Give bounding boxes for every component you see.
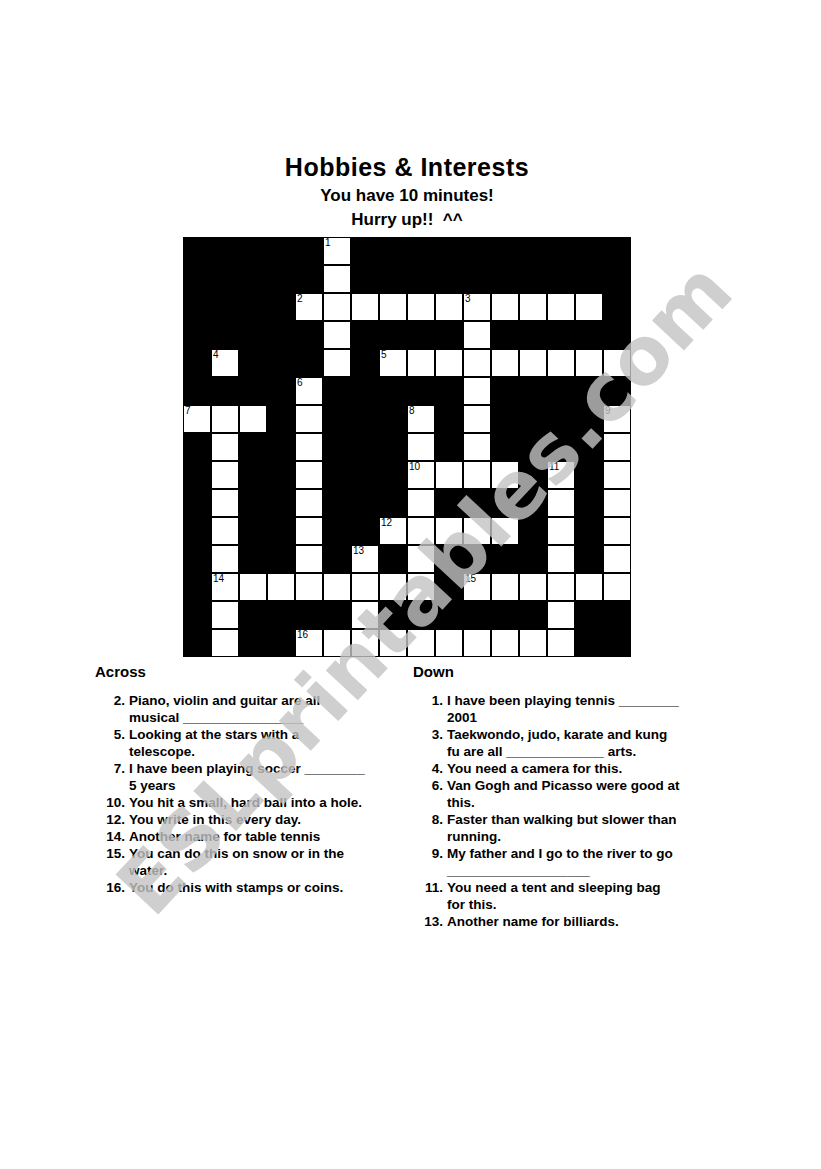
- grid-cell-block: [603, 237, 631, 265]
- grid-cell-r6-c2[interactable]: [239, 405, 267, 433]
- grid-cell-block: [239, 293, 267, 321]
- clue-number-14: 14: [213, 573, 224, 585]
- grid-cell-r12-c13[interactable]: [547, 573, 575, 601]
- grid-cell-block: [491, 237, 519, 265]
- grid-cell-block: [603, 321, 631, 349]
- grid-cell-r14-c12[interactable]: [519, 629, 547, 657]
- grid-cell-block: [211, 321, 239, 349]
- grid-cell-block: [351, 265, 379, 293]
- clue-text: You do this with stamps or coins.: [129, 879, 343, 896]
- grid-cell-block: [183, 489, 211, 517]
- grid-cell-r8-c9[interactable]: [435, 461, 463, 489]
- grid-cell-block: [267, 629, 295, 657]
- down-clue-6: 6.Van Gogh and Picasso were good atthis.: [413, 777, 753, 811]
- across-clue-10: 10.You hit a small, hard ball into a hol…: [95, 794, 410, 811]
- grid-cell-block: [267, 601, 295, 629]
- grid-cell-block: [323, 517, 351, 545]
- grid-cell-block: [323, 601, 351, 629]
- grid-cell-r12-c1[interactable]: 14: [211, 573, 239, 601]
- clue-text: You hit a small, hard ball into a hole.: [129, 794, 362, 811]
- grid-cell-r14-c1[interactable]: [211, 629, 239, 657]
- clue-list-number: 8.: [413, 811, 443, 845]
- grid-cell-block: [491, 377, 519, 405]
- grid-cell-r2-c5[interactable]: [323, 293, 351, 321]
- grid-cell-block: [435, 265, 463, 293]
- grid-cell-r9-c15[interactable]: [603, 489, 631, 517]
- clue-text: You need a camera for this.: [447, 760, 622, 777]
- grid-cell-block: [239, 349, 267, 377]
- grid-cell-r8-c8[interactable]: 10: [407, 461, 435, 489]
- grid-cell-block: [603, 265, 631, 293]
- grid-cell-r2-c11[interactable]: [491, 293, 519, 321]
- grid-cell-block: [575, 545, 603, 573]
- grid-cell-r12-c4[interactable]: [295, 573, 323, 601]
- down-clue-9: 9.My father and I go to the river to go_…: [413, 845, 753, 879]
- grid-cell-block: [519, 601, 547, 629]
- grid-cell-r7-c10[interactable]: [463, 433, 491, 461]
- subtitle-hurry: Hurry up!! ^^: [0, 209, 814, 231]
- grid-cell-r8-c4[interactable]: [295, 461, 323, 489]
- grid-cell-block: [323, 433, 351, 461]
- grid-cell-r10-c11[interactable]: [491, 517, 519, 545]
- clue-number-4: 4: [213, 349, 219, 361]
- clue-text: Taekwondo, judo, karate and kungfu are a…: [447, 726, 667, 760]
- grid-cell-r14-c10[interactable]: [463, 629, 491, 657]
- grid-cell-block: [323, 377, 351, 405]
- grid-cell-block: [239, 265, 267, 293]
- grid-cell-r8-c13[interactable]: 11: [547, 461, 575, 489]
- grid-cell-r8-c10[interactable]: [463, 461, 491, 489]
- grid-cell-block: [519, 517, 547, 545]
- grid-cell-block: [435, 321, 463, 349]
- grid-cell-r8-c1[interactable]: [211, 461, 239, 489]
- clue-number-7: 7: [185, 405, 191, 417]
- clue-text: You need a tent and sleeping bagfor this…: [447, 879, 661, 913]
- grid-cell-block: [183, 573, 211, 601]
- grid-cell-block: [183, 461, 211, 489]
- grid-cell-block: [603, 377, 631, 405]
- grid-cell-r12-c15[interactable]: [603, 573, 631, 601]
- grid-cell-block: [491, 405, 519, 433]
- grid-cell-block: [407, 321, 435, 349]
- grid-cell-block: [379, 321, 407, 349]
- grid-cell-r14-c6[interactable]: [351, 629, 379, 657]
- grid-cell-r10-c1[interactable]: [211, 517, 239, 545]
- grid-cell-r14-c5[interactable]: [323, 629, 351, 657]
- grid-cell-r4-c5[interactable]: [323, 349, 351, 377]
- grid-cell-block: [575, 489, 603, 517]
- grid-cell-r6-c0[interactable]: 7: [183, 405, 211, 433]
- grid-cell-r6-c1[interactable]: [211, 405, 239, 433]
- grid-cell-block: [491, 489, 519, 517]
- grid-cell-r2-c9[interactable]: [435, 293, 463, 321]
- grid-cell-r2-c12[interactable]: [519, 293, 547, 321]
- grid-cell-block: [323, 405, 351, 433]
- grid-cell-r1-c5[interactable]: [323, 265, 351, 293]
- clue-list-number: 11.: [413, 879, 443, 913]
- grid-cell-block: [323, 545, 351, 573]
- grid-cell-block: [239, 489, 267, 517]
- grid-cell-r11-c4[interactable]: [295, 545, 323, 573]
- across-clue-7: 7.I have been playing soccer ________5 y…: [95, 760, 410, 794]
- down-section: Down 1.I have been playing tennis ______…: [413, 663, 753, 930]
- grid-cell-r2-c14[interactable]: [575, 293, 603, 321]
- grid-cell-block: [183, 517, 211, 545]
- grid-cell-block: [463, 545, 491, 573]
- grid-cell-r11-c13[interactable]: [547, 545, 575, 573]
- grid-cell-block: [519, 405, 547, 433]
- grid-cell-r2-c10[interactable]: 3: [463, 293, 491, 321]
- clue-text: Van Gogh and Picasso were good atthis.: [447, 777, 680, 811]
- grid-cell-block: [435, 601, 463, 629]
- grid-cell-block: [351, 517, 379, 545]
- grid-cell-block: [547, 265, 575, 293]
- grid-cell-block: [295, 265, 323, 293]
- grid-cell-r12-c5[interactable]: [323, 573, 351, 601]
- grid-cell-r4-c1[interactable]: 4: [211, 349, 239, 377]
- grid-cell-r4-c8[interactable]: [407, 349, 435, 377]
- grid-cell-block: [435, 377, 463, 405]
- grid-cell-block: [379, 237, 407, 265]
- clue-text: You can do this on snow or in thewater.: [129, 845, 344, 879]
- grid-cell-block: [379, 601, 407, 629]
- grid-cell-r4-c13[interactable]: [547, 349, 575, 377]
- grid-cell-r4-c9[interactable]: [435, 349, 463, 377]
- clue-number-13: 13: [353, 545, 364, 557]
- grid-cell-block: [267, 405, 295, 433]
- grid-cell-block: [575, 237, 603, 265]
- grid-cell-block: [183, 433, 211, 461]
- grid-cell-r7-c8[interactable]: [407, 433, 435, 461]
- grid-cell-r7-c4[interactable]: [295, 433, 323, 461]
- grid-cell-block: [491, 601, 519, 629]
- grid-cell-r13-c13[interactable]: [547, 601, 575, 629]
- clue-list-number: 13.: [413, 913, 443, 930]
- across-clue-2: 2.Piano, violin and guitar are allmusica…: [95, 692, 410, 726]
- grid-cell-block: [267, 321, 295, 349]
- grid-cell-block: [491, 265, 519, 293]
- grid-cell-block: [547, 321, 575, 349]
- grid-cell-block: [239, 461, 267, 489]
- grid-cell-block: [183, 265, 211, 293]
- clue-list-number: 10.: [95, 794, 125, 811]
- grid-cell-block: [351, 461, 379, 489]
- grid-cell-r11-c15[interactable]: [603, 545, 631, 573]
- grid-cell-block: [239, 433, 267, 461]
- grid-cell-r14-c4[interactable]: 16: [295, 629, 323, 657]
- grid-cell-block: [267, 461, 295, 489]
- grid-cell-r2-c7[interactable]: [379, 293, 407, 321]
- clue-list-number: 5.: [95, 726, 125, 760]
- grid-cell-block: [603, 629, 631, 657]
- grid-cell-block: [183, 377, 211, 405]
- grid-cell-r14-c9[interactable]: [435, 629, 463, 657]
- clue-list-number: 3.: [413, 726, 443, 760]
- grid-cell-block: [575, 433, 603, 461]
- down-clue-8: 8.Faster than walking but slower thanrun…: [413, 811, 753, 845]
- clue-number-9: 9: [605, 405, 611, 417]
- grid-cell-block: [295, 321, 323, 349]
- grid-cell-r10-c10[interactable]: [463, 517, 491, 545]
- grid-cell-r9-c1[interactable]: [211, 489, 239, 517]
- grid-cell-block: [351, 377, 379, 405]
- grid-cell-r14-c7[interactable]: [379, 629, 407, 657]
- clue-text: My father and I go to the river to go___…: [447, 845, 673, 879]
- grid-cell-r9-c4[interactable]: [295, 489, 323, 517]
- grid-cell-block: [575, 377, 603, 405]
- grid-cell-block: [603, 601, 631, 629]
- grid-cell-block: [435, 545, 463, 573]
- grid-cell-block: [351, 349, 379, 377]
- grid-cell-r2-c8[interactable]: [407, 293, 435, 321]
- grid-cell-r12-c10[interactable]: 15: [463, 573, 491, 601]
- clue-number-11: 11: [549, 461, 559, 473]
- grid-cell-block: [323, 461, 351, 489]
- grid-cell-block: [547, 405, 575, 433]
- grid-cell-r14-c13[interactable]: [547, 629, 575, 657]
- grid-cell-r11-c8[interactable]: [407, 545, 435, 573]
- grid-cell-block: [267, 517, 295, 545]
- grid-cell-r3-c10[interactable]: [463, 321, 491, 349]
- grid-cell-block: [379, 405, 407, 433]
- clue-text: Faster than walking but slower thanrunni…: [447, 811, 677, 845]
- grid-cell-r5-c4[interactable]: 6: [295, 377, 323, 405]
- grid-cell-block: [575, 601, 603, 629]
- clue-list-number: 16.: [95, 879, 125, 896]
- grid-cell-block: [183, 629, 211, 657]
- grid-cell-block: [575, 405, 603, 433]
- across-header: Across: [95, 663, 410, 681]
- grid-cell-block: [351, 433, 379, 461]
- grid-cell-block: [379, 489, 407, 517]
- grid-cell-block: [295, 601, 323, 629]
- grid-cell-r12-c2[interactable]: [239, 573, 267, 601]
- grid-cell-block: [519, 237, 547, 265]
- clue-number-15: 15: [465, 573, 476, 585]
- clue-text: I have been playing tennis ________2001: [447, 692, 679, 726]
- grid-cell-block: [519, 545, 547, 573]
- grid-cell-r4-c15[interactable]: [603, 349, 631, 377]
- grid-cell-block: [211, 237, 239, 265]
- grid-cell-r6-c4[interactable]: [295, 405, 323, 433]
- grid-cell-r12-c11[interactable]: [491, 573, 519, 601]
- grid-cell-block: [435, 433, 463, 461]
- down-header: Down: [413, 663, 753, 681]
- down-clue-11: 11.You need a tent and sleeping bagfor t…: [413, 879, 753, 913]
- grid-cell-block: [407, 237, 435, 265]
- grid-cell-block: [519, 377, 547, 405]
- worksheet-page: Hobbies & Interests You have 10 minutes!…: [0, 0, 821, 1169]
- grid-cell-block: [267, 433, 295, 461]
- down-clue-4: 4.You need a camera for this.: [413, 760, 753, 777]
- grid-cell-r8-c15[interactable]: [603, 461, 631, 489]
- grid-cell-block: [183, 601, 211, 629]
- grid-cell-block: [519, 321, 547, 349]
- grid-cell-r5-c10[interactable]: [463, 377, 491, 405]
- grid-cell-r12-c7[interactable]: [379, 573, 407, 601]
- grid-cell-block: [351, 321, 379, 349]
- grid-cell-block: [239, 321, 267, 349]
- grid-cell-block: [211, 265, 239, 293]
- grid-cell-r4-c10[interactable]: [463, 349, 491, 377]
- grid-cell-block: [351, 237, 379, 265]
- grid-cell-block: [575, 517, 603, 545]
- grid-cell-block: [267, 293, 295, 321]
- grid-cell-r2-c6[interactable]: [351, 293, 379, 321]
- clue-number-6: 6: [297, 377, 303, 389]
- grid-cell-block: [435, 237, 463, 265]
- grid-cell-block: [519, 265, 547, 293]
- grid-cell-r12-c8[interactable]: [407, 573, 435, 601]
- grid-cell-r14-c8[interactable]: [407, 629, 435, 657]
- grid-cell-block: [575, 321, 603, 349]
- clue-number-2: 2: [297, 293, 303, 305]
- grid-cell-block: [239, 545, 267, 573]
- grid-cell-r14-c11[interactable]: [491, 629, 519, 657]
- grid-cell-block: [351, 405, 379, 433]
- clue-list-number: 7.: [95, 760, 125, 794]
- grid-cell-block: [379, 377, 407, 405]
- grid-cell-block: [183, 237, 211, 265]
- grid-cell-r6-c10[interactable]: [463, 405, 491, 433]
- down-clue-list: 1.I have been playing tennis ________200…: [413, 692, 753, 930]
- grid-cell-r12-c12[interactable]: [519, 573, 547, 601]
- clue-list-number: 1.: [413, 692, 443, 726]
- clue-list-number: 4.: [413, 760, 443, 777]
- grid-cell-block: [491, 433, 519, 461]
- grid-cell-block: [267, 349, 295, 377]
- grid-cell-block: [295, 349, 323, 377]
- clue-text: I have been playing soccer ________5 yea…: [129, 760, 365, 794]
- grid-cell-block: [239, 237, 267, 265]
- grid-cell-block: [435, 489, 463, 517]
- grid-cell-r4-c14[interactable]: [575, 349, 603, 377]
- across-clue-16: 16.You do this with stamps or coins.: [95, 879, 410, 896]
- clue-list-number: 14.: [95, 828, 125, 845]
- clue-list-number: 12.: [95, 811, 125, 828]
- grid-cell-r11-c1[interactable]: [211, 545, 239, 573]
- grid-cell-r6-c8[interactable]: 8: [407, 405, 435, 433]
- grid-cell-r4-c11[interactable]: [491, 349, 519, 377]
- clue-list-number: 2.: [95, 692, 125, 726]
- clue-number-16: 16: [297, 629, 308, 641]
- grid-cell-r4-c7[interactable]: 5: [379, 349, 407, 377]
- grid-cell-block: [267, 237, 295, 265]
- grid-cell-r6-c15[interactable]: 9: [603, 405, 631, 433]
- across-section: Across 2.Piano, violin and guitar are al…: [95, 663, 410, 896]
- clue-number-12: 12: [381, 517, 392, 529]
- grid-cell-block: [211, 293, 239, 321]
- grid-cell-r9-c13[interactable]: [547, 489, 575, 517]
- grid-cell-r10-c8[interactable]: [407, 517, 435, 545]
- clue-text: Piano, violin and guitar are allmusical …: [129, 692, 320, 726]
- grid-cell-block: [491, 545, 519, 573]
- grid-cell-block: [491, 321, 519, 349]
- grid-cell-block: [183, 321, 211, 349]
- grid-cell-block: [239, 377, 267, 405]
- grid-cell-block: [351, 489, 379, 517]
- grid-cell-block: [575, 265, 603, 293]
- clue-text: Looking at the stars with atelescope.: [129, 726, 299, 760]
- grid-cell-r10-c7[interactable]: 12: [379, 517, 407, 545]
- grid-cell-r8-c11[interactable]: [491, 461, 519, 489]
- grid-cell-block: [267, 545, 295, 573]
- clue-number-8: 8: [409, 405, 415, 417]
- down-clue-1: 1.I have been playing tennis ________200…: [413, 692, 753, 726]
- grid-cell-block: [519, 461, 547, 489]
- grid-cell-block: [603, 293, 631, 321]
- grid-cell-block: [267, 377, 295, 405]
- across-clue-15: 15.You can do this on snow or in thewate…: [95, 845, 410, 879]
- grid-cell-block: [267, 489, 295, 517]
- subtitle-time-limit: You have 10 minutes!: [0, 185, 814, 207]
- across-clue-14: 14.Another name for table tennis: [95, 828, 410, 845]
- grid-cell-r4-c12[interactable]: [519, 349, 547, 377]
- grid-cell-block: [379, 545, 407, 573]
- grid-cell-r10-c13[interactable]: [547, 517, 575, 545]
- grid-cell-block: [183, 293, 211, 321]
- grid-cell-block: [575, 461, 603, 489]
- grid-cell-r10-c4[interactable]: [295, 517, 323, 545]
- page-title: Hobbies & Interests: [0, 152, 814, 182]
- grid-cell-r7-c1[interactable]: [211, 433, 239, 461]
- grid-cell-r2-c13[interactable]: [547, 293, 575, 321]
- across-clue-5: 5.Looking at the stars with atelescope.: [95, 726, 410, 760]
- grid-cell-r12-c3[interactable]: [267, 573, 295, 601]
- grid-cell-block: [435, 573, 463, 601]
- grid-cell-r13-c1[interactable]: [211, 601, 239, 629]
- grid-cell-block: [547, 237, 575, 265]
- across-clue-list: 2.Piano, violin and guitar are allmusica…: [95, 692, 410, 896]
- clue-text: Another name for table tennis: [129, 828, 320, 845]
- across-clue-12: 12.You write in this every day.: [95, 811, 410, 828]
- clue-number-10: 10: [409, 461, 420, 473]
- grid-cell-block: [407, 265, 435, 293]
- grid-cell-r12-c14[interactable]: [575, 573, 603, 601]
- grid-cell-block: [183, 545, 211, 573]
- clue-list-number: 15.: [95, 845, 125, 879]
- grid-cell-block: [379, 265, 407, 293]
- grid-cell-block: [239, 629, 267, 657]
- grid-cell-r12-c6[interactable]: [351, 573, 379, 601]
- clue-text: Another name for billiards.: [447, 913, 619, 930]
- grid-cell-r2-c4[interactable]: 2: [295, 293, 323, 321]
- grid-cell-r7-c15[interactable]: [603, 433, 631, 461]
- clue-number-5: 5: [381, 349, 387, 361]
- grid-cell-r3-c5[interactable]: [323, 321, 351, 349]
- grid-cell-block: [379, 433, 407, 461]
- grid-cell-block: [435, 405, 463, 433]
- grid-cell-block: [463, 237, 491, 265]
- grid-cell-r0-c5[interactable]: 1: [323, 237, 351, 265]
- crossword-grid: 12345678910111213141516: [183, 237, 631, 657]
- grid-cell-r9-c8[interactable]: [407, 489, 435, 517]
- grid-cell-block: [323, 489, 351, 517]
- grid-cell-block: [519, 489, 547, 517]
- grid-cell-block: [239, 601, 267, 629]
- grid-cell-r10-c9[interactable]: [435, 517, 463, 545]
- grid-cell-r10-c15[interactable]: [603, 517, 631, 545]
- grid-cell-r13-c6[interactable]: [351, 601, 379, 629]
- down-clue-3: 3.Taekwondo, judo, karate and kungfu are…: [413, 726, 753, 760]
- down-clue-13: 13.Another name for billiards.: [413, 913, 753, 930]
- grid-cell-r11-c6[interactable]: 13: [351, 545, 379, 573]
- grid-cell-block: [239, 517, 267, 545]
- grid-cell-block: [295, 237, 323, 265]
- grid-cell-block: [547, 377, 575, 405]
- grid-cell-block: [379, 461, 407, 489]
- clue-number-1: 1: [325, 237, 331, 249]
